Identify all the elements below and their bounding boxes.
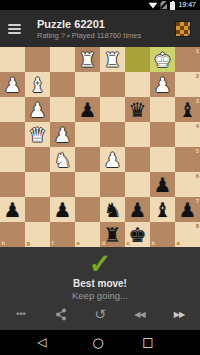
square-h5[interactable] — [0, 147, 25, 172]
file-label-b: b — [152, 240, 156, 246]
rank-label-7: 7 — [196, 198, 199, 204]
square-a5[interactable]: 5 — [175, 147, 200, 172]
hamburger-menu-icon[interactable] — [8, 24, 21, 34]
piece-wK-b1[interactable]: ♚ — [150, 47, 175, 72]
android-nav-bar: ◁ ○ □ — [0, 330, 200, 355]
square-e2[interactable] — [75, 72, 100, 97]
square-e4[interactable] — [75, 122, 100, 147]
square-c6[interactable] — [125, 172, 150, 197]
square-f7[interactable]: ♟ — [50, 197, 75, 222]
square-d3[interactable] — [100, 97, 125, 122]
checkered-board-icon[interactable] — [175, 21, 191, 37]
square-b8[interactable]: b — [150, 222, 175, 247]
square-c8[interactable]: ♚c — [125, 222, 150, 247]
piece-wQ-g4[interactable]: ♛ — [25, 122, 50, 147]
piece-wR-d1[interactable]: ♜ — [100, 47, 125, 72]
rank-label-2: 2 — [196, 73, 199, 79]
rank-label-8: 8 — [196, 223, 199, 229]
square-b4[interactable] — [150, 122, 175, 147]
square-f4[interactable]: ♟ — [50, 122, 75, 147]
square-h7[interactable]: ♟ — [0, 197, 25, 222]
square-c2[interactable] — [125, 72, 150, 97]
android-home-icon[interactable]: ○ — [90, 330, 106, 355]
square-f2[interactable] — [50, 72, 75, 97]
square-f6[interactable] — [50, 172, 75, 197]
share-icon[interactable] — [50, 304, 72, 324]
file-label-a: a — [177, 240, 180, 246]
piece-bP-c7[interactable]: ♟ — [125, 197, 150, 222]
square-g4[interactable]: ♛ — [25, 122, 50, 147]
rank-label-1: 1 — [196, 48, 199, 54]
next-move-icon[interactable]: ▶▶ — [168, 304, 190, 324]
square-d1[interactable]: ♜ — [100, 47, 125, 72]
square-e5[interactable] — [75, 147, 100, 172]
piece-wP-g3[interactable]: ♟ — [25, 97, 50, 122]
square-e6[interactable] — [75, 172, 100, 197]
square-e1[interactable]: ♜ — [75, 47, 100, 72]
square-d2[interactable] — [100, 72, 125, 97]
piece-bP-e3[interactable]: ♟ — [75, 97, 100, 122]
square-c7[interactable]: ♟ — [125, 197, 150, 222]
no-sim-icon — [160, 1, 167, 9]
piece-bN-d7[interactable]: ♞ — [100, 197, 125, 222]
app-header: Puzzle 62201 Rating ? • Played 118760 ti… — [0, 10, 200, 47]
square-d5[interactable]: ♟ — [100, 147, 125, 172]
square-f8[interactable]: f — [50, 222, 75, 247]
piece-bP-b6[interactable]: ♟ — [150, 172, 175, 197]
square-a1[interactable]: 1 — [175, 47, 200, 72]
square-a4[interactable]: 4 — [175, 122, 200, 147]
square-g6[interactable] — [25, 172, 50, 197]
square-a7[interactable]: ♟7 — [175, 197, 200, 222]
piece-bP-f7[interactable]: ♟ — [50, 197, 75, 222]
rank-label-6: 6 — [196, 173, 199, 179]
square-f3[interactable] — [50, 97, 75, 122]
piece-bB-b7[interactable]: ♝ — [150, 197, 175, 222]
square-g7[interactable] — [25, 197, 50, 222]
rank-label-3: 3 — [196, 98, 199, 104]
square-e8[interactable]: e — [75, 222, 100, 247]
piece-wP-b2[interactable]: ♟ — [150, 72, 175, 97]
square-a6[interactable]: 6 — [175, 172, 200, 197]
puzzle-toolbar: ••• ↺ ◀◀ ▶▶ — [0, 304, 200, 324]
file-label-e: e — [77, 240, 80, 246]
square-c4[interactable] — [125, 122, 150, 147]
piece-wR-e1[interactable]: ♜ — [75, 47, 100, 72]
square-a3[interactable]: ♝3 — [175, 97, 200, 122]
file-label-c: c — [127, 240, 130, 246]
rank-label-4: 4 — [196, 123, 199, 129]
square-h3[interactable] — [0, 97, 25, 122]
header-titles: Puzzle 62201 Rating ? • Played 118760 ti… — [37, 18, 175, 40]
square-g8[interactable]: g — [25, 222, 50, 247]
piece-wN-f5[interactable]: ♞ — [50, 147, 75, 172]
more-options-icon[interactable]: ••• — [10, 304, 32, 324]
square-b2[interactable]: ♟ — [150, 72, 175, 97]
square-h2[interactable]: ♟ — [0, 72, 25, 97]
wifi-icon — [148, 2, 157, 9]
square-c1[interactable] — [125, 47, 150, 72]
square-g5[interactable] — [25, 147, 50, 172]
square-e7[interactable] — [75, 197, 100, 222]
file-label-g: g — [27, 240, 31, 246]
feedback-panel: ✓ Best move! Keep going... ••• ↺ ◀◀ ▶▶ — [0, 247, 200, 330]
square-b7[interactable]: ♝ — [150, 197, 175, 222]
square-b6[interactable]: ♟ — [150, 172, 175, 197]
puzzle-stats: Rating ? • Played 118760 times — [37, 31, 175, 40]
previous-move-icon[interactable]: ◀◀ — [129, 304, 151, 324]
piece-bQ-c3[interactable]: ♛ — [125, 97, 150, 122]
battery-icon — [170, 2, 175, 10]
piece-wP-f4[interactable]: ♟ — [50, 122, 75, 147]
retry-icon[interactable]: ↺ — [89, 304, 111, 324]
piece-wP-d5[interactable]: ♟ — [100, 147, 125, 172]
android-recents-icon[interactable]: □ — [140, 330, 156, 355]
feedback-title: Best move! — [0, 278, 200, 289]
feedback-subtitle: Keep going... — [0, 290, 200, 302]
android-back-icon[interactable]: ◁ — [34, 330, 50, 355]
square-d4[interactable] — [100, 122, 125, 147]
square-a8[interactable]: 8a — [175, 222, 200, 247]
square-g3[interactable]: ♟ — [25, 97, 50, 122]
square-c5[interactable] — [125, 147, 150, 172]
rank-label-5: 5 — [196, 148, 199, 154]
square-g1[interactable] — [25, 47, 50, 72]
square-g2[interactable]: ♝ — [25, 72, 50, 97]
square-h8[interactable]: h — [0, 222, 25, 247]
piece-wP-h2[interactable]: ♟ — [0, 72, 25, 97]
square-d6[interactable] — [100, 172, 125, 197]
square-d7[interactable]: ♞ — [100, 197, 125, 222]
square-f1[interactable] — [50, 47, 75, 72]
clock-time: 19:47 — [178, 0, 196, 10]
lichess-puzzle-screen: 19:47 Puzzle 62201 Rating ? • Played 118… — [0, 0, 200, 355]
square-h6[interactable] — [0, 172, 25, 197]
file-label-f: f — [52, 240, 54, 246]
square-f5[interactable]: ♞ — [50, 147, 75, 172]
android-status-bar: 19:47 — [0, 0, 200, 10]
piece-wB-g2[interactable]: ♝ — [25, 72, 50, 97]
page-title: Puzzle 62201 — [37, 18, 175, 30]
square-h4[interactable] — [0, 122, 25, 147]
file-label-h: h — [2, 240, 6, 246]
square-a2[interactable]: 2 — [175, 72, 200, 97]
file-label-d: d — [102, 240, 106, 246]
square-e3[interactable]: ♟ — [75, 97, 100, 122]
square-d8[interactable]: ♜d — [100, 222, 125, 247]
square-b5[interactable] — [150, 147, 175, 172]
check-icon: ✓ — [0, 250, 200, 278]
square-c3[interactable]: ♛ — [125, 97, 150, 122]
square-b1[interactable]: ♚ — [150, 47, 175, 72]
square-b3[interactable] — [150, 97, 175, 122]
chess-board[interactable]: ♜♜♚1♟♝♟2♟♟♛♝3♛♟4♞♟5♟6♟♟♞♟♝♟7hgfe♜d♚cb8a — [0, 47, 200, 247]
square-h1[interactable] — [0, 47, 25, 72]
piece-bP-h7[interactable]: ♟ — [0, 197, 25, 222]
